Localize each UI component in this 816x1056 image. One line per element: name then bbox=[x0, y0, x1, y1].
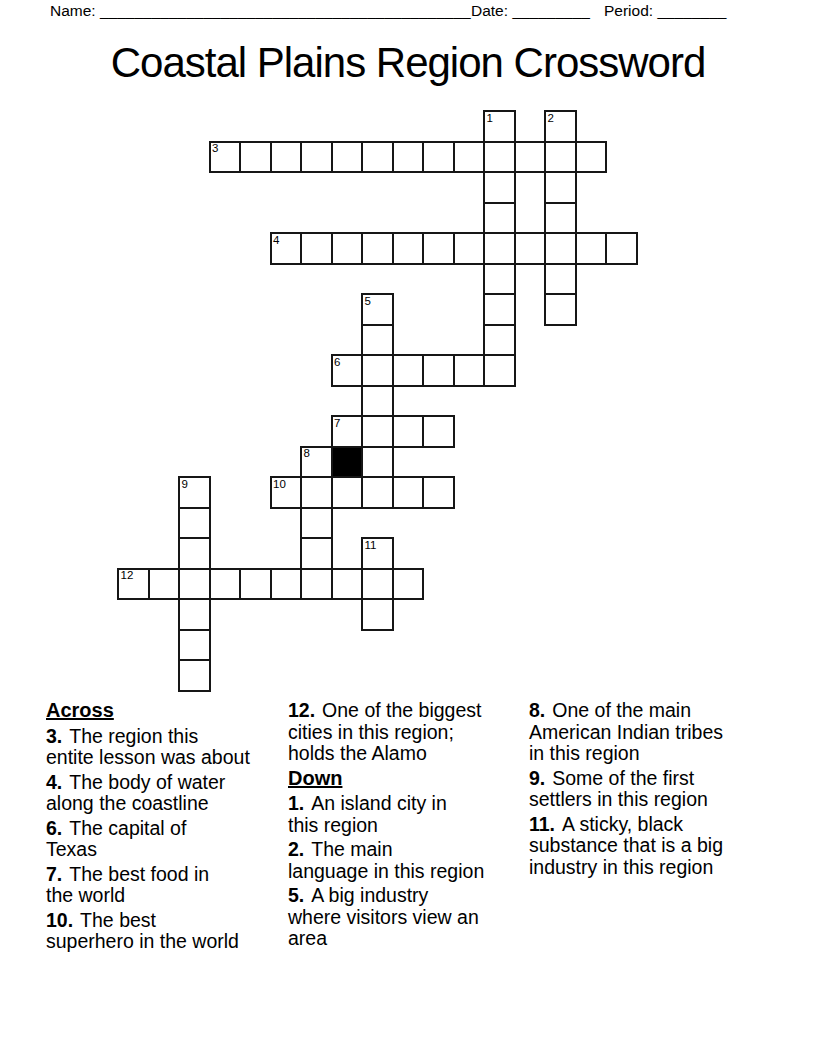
grid-cell[interactable] bbox=[392, 354, 425, 387]
grid-cell[interactable] bbox=[361, 568, 394, 601]
grid-cell[interactable] bbox=[544, 110, 577, 143]
clue-across-4: 4.The body of water along the coastline bbox=[46, 772, 288, 815]
clue-text: A sticky, black substance that is a big … bbox=[529, 813, 723, 878]
date-field: Date: _________ bbox=[471, 2, 590, 20]
date-label: Date: bbox=[471, 2, 508, 19]
grid-cell[interactable] bbox=[422, 415, 455, 448]
clue-number: 1. bbox=[288, 792, 304, 814]
grid-cell[interactable] bbox=[514, 232, 547, 265]
clue-number: 9. bbox=[529, 767, 545, 789]
grid-cell[interactable] bbox=[514, 141, 547, 174]
clue-text: The region this entite lesson was about bbox=[46, 725, 250, 769]
grid-cell[interactable] bbox=[270, 476, 303, 509]
grid-cell[interactable] bbox=[422, 141, 455, 174]
grid-cell[interactable] bbox=[148, 568, 181, 601]
grid-cell[interactable] bbox=[209, 568, 242, 601]
grid-cell[interactable] bbox=[361, 354, 394, 387]
grid-cell[interactable] bbox=[422, 476, 455, 509]
grid-cell[interactable] bbox=[331, 415, 364, 448]
grid-cell[interactable] bbox=[331, 354, 364, 387]
grid-cell[interactable] bbox=[483, 324, 516, 357]
grid-cell[interactable] bbox=[331, 232, 364, 265]
grid-cell[interactable] bbox=[178, 507, 211, 540]
grid-cell[interactable] bbox=[392, 568, 425, 601]
clue-number: 6. bbox=[46, 817, 62, 839]
page-title: Coastal Plains Region Crossword bbox=[0, 37, 816, 89]
clue-number: 5. bbox=[288, 884, 304, 906]
grid-cell[interactable] bbox=[483, 141, 516, 174]
grid-cell[interactable] bbox=[453, 354, 486, 387]
grid-cell[interactable] bbox=[575, 232, 608, 265]
grid-cell[interactable] bbox=[483, 202, 516, 235]
grid-cell[interactable] bbox=[392, 476, 425, 509]
grid-cell[interactable] bbox=[392, 415, 425, 448]
grid-cell[interactable] bbox=[422, 354, 455, 387]
grid-cell[interactable] bbox=[178, 568, 211, 601]
clue-text: A big industry where visitors view an ar… bbox=[288, 884, 479, 949]
clue-number: 10. bbox=[46, 909, 73, 931]
grid-cell[interactable] bbox=[361, 476, 394, 509]
date-blank-line[interactable]: _________ bbox=[512, 2, 590, 19]
clue-text: The main language in this region bbox=[288, 838, 484, 882]
grid-cell[interactable] bbox=[270, 141, 303, 174]
clue-number: 2. bbox=[288, 838, 304, 860]
clues-column-left: Across 3.The region this entite lesson w… bbox=[46, 700, 288, 956]
name-label: Name: bbox=[50, 2, 96, 19]
grid-cell[interactable] bbox=[361, 446, 394, 479]
grid-cell[interactable] bbox=[178, 659, 211, 692]
grid-cell[interactable] bbox=[453, 141, 486, 174]
crossword-worksheet-page: { "game": "crossword", "header": { "name… bbox=[0, 0, 816, 1056]
grid-cell[interactable] bbox=[239, 568, 272, 601]
grid-cell[interactable] bbox=[361, 537, 394, 570]
grid-cell[interactable] bbox=[483, 171, 516, 204]
clues-column-right: 8.One of the main American Indian tribes… bbox=[529, 700, 769, 881]
grid-cell[interactable] bbox=[361, 293, 394, 326]
grid-cell[interactable] bbox=[483, 263, 516, 296]
crossword-grid: 123456789101112 bbox=[117, 110, 636, 690]
grid-cell[interactable] bbox=[361, 415, 394, 448]
grid-cell[interactable] bbox=[300, 507, 333, 540]
grid-cell[interactable] bbox=[270, 568, 303, 601]
grid-cell[interactable] bbox=[361, 232, 394, 265]
clue-text: The capital of Texas bbox=[46, 817, 186, 861]
grid-cell[interactable] bbox=[575, 141, 608, 174]
clue-number: 4. bbox=[46, 771, 62, 793]
clue-down-1: 1.An island city in this region bbox=[288, 793, 520, 836]
clue-across-6: 6.The capital of Texas bbox=[46, 818, 288, 861]
across-heading: Across bbox=[46, 700, 288, 722]
clue-text: The body of water along the coastline bbox=[46, 771, 225, 815]
grid-cell[interactable] bbox=[544, 293, 577, 326]
clue-number: 3. bbox=[46, 725, 62, 747]
grid-cell[interactable] bbox=[331, 141, 364, 174]
clue-down-5: 5.A big industry where visitors view an … bbox=[288, 885, 520, 950]
grid-cell[interactable] bbox=[392, 141, 425, 174]
grid-cell[interactable] bbox=[361, 598, 394, 631]
grid-cell[interactable] bbox=[178, 629, 211, 662]
period-label: Period: bbox=[604, 2, 653, 19]
grid-cell[interactable] bbox=[331, 568, 364, 601]
clue-across-7: 7.The best food in the world bbox=[46, 864, 288, 907]
grid-cell[interactable] bbox=[544, 141, 577, 174]
clue-across-3: 3.The region this entite lesson was abou… bbox=[46, 726, 288, 769]
grid-cell[interactable] bbox=[483, 293, 516, 326]
grid-cell[interactable] bbox=[544, 202, 577, 235]
clue-number: 11. bbox=[529, 813, 555, 835]
grid-cell[interactable] bbox=[331, 476, 364, 509]
grid-cell[interactable] bbox=[209, 141, 242, 174]
clue-text: The best superhero in the world bbox=[46, 909, 239, 953]
grid-cell[interactable] bbox=[361, 141, 394, 174]
clue-down-2: 2.The main language in this region bbox=[288, 839, 520, 882]
grid-cell[interactable] bbox=[422, 232, 455, 265]
grid-cell[interactable] bbox=[392, 232, 425, 265]
grid-cell[interactable] bbox=[300, 446, 333, 479]
grid-cell[interactable] bbox=[361, 385, 394, 418]
grid-cell[interactable] bbox=[483, 232, 516, 265]
grid-cell[interactable] bbox=[300, 141, 333, 174]
grid-cell[interactable] bbox=[361, 324, 394, 357]
clue-number: 7. bbox=[46, 863, 62, 885]
grid-cell[interactable] bbox=[544, 232, 577, 265]
black-cell bbox=[331, 446, 364, 479]
clue-text: Some of the first settlers in this regio… bbox=[529, 767, 708, 811]
clue-number: 8. bbox=[529, 699, 545, 721]
clue-text: One of the main American Indian tribes i… bbox=[529, 699, 723, 764]
clue-across-12: 12.One of the biggest cities in this reg… bbox=[288, 700, 520, 765]
grid-cell[interactable] bbox=[300, 476, 333, 509]
grid-cell[interactable] bbox=[300, 232, 333, 265]
down-heading: Down bbox=[288, 768, 520, 790]
period-blank-line[interactable]: ________ bbox=[657, 2, 726, 19]
grid-cell[interactable] bbox=[300, 568, 333, 601]
grid-cell[interactable] bbox=[544, 171, 577, 204]
name-blank-line[interactable]: ________________________________________… bbox=[100, 2, 471, 19]
grid-cell[interactable] bbox=[300, 537, 333, 570]
grid-cell[interactable] bbox=[270, 232, 303, 265]
period-field: Period: ________ bbox=[604, 2, 726, 20]
clue-text: An island city in this region bbox=[288, 792, 447, 836]
grid-cell[interactable] bbox=[544, 263, 577, 296]
grid-cell[interactable] bbox=[239, 141, 272, 174]
clue-across-10: 10.The best superhero in the world bbox=[46, 910, 288, 953]
grid-cell[interactable] bbox=[117, 568, 150, 601]
clue-down-9: 9.Some of the first settlers in this reg… bbox=[529, 768, 769, 811]
clue-down-11: 11.A sticky, black substance that is a b… bbox=[529, 814, 769, 879]
clue-text: The best food in the world bbox=[46, 863, 209, 907]
grid-cell[interactable] bbox=[483, 110, 516, 143]
clue-number: 12. bbox=[288, 699, 315, 721]
grid-cell[interactable] bbox=[605, 232, 638, 265]
clue-text: One of the biggest cities in this region… bbox=[288, 699, 481, 764]
grid-cell[interactable] bbox=[178, 537, 211, 570]
name-field: Name: __________________________________… bbox=[50, 2, 471, 20]
clues-column-middle: 12.One of the biggest cities in this reg… bbox=[288, 700, 520, 953]
grid-cell[interactable] bbox=[178, 598, 211, 631]
grid-cell[interactable] bbox=[483, 354, 516, 387]
clue-down-8: 8.One of the main American Indian tribes… bbox=[529, 700, 769, 765]
grid-cell[interactable] bbox=[453, 232, 486, 265]
grid-cell[interactable] bbox=[178, 476, 211, 509]
